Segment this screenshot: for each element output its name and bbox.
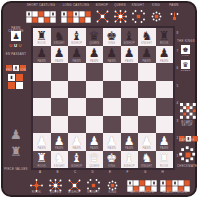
square-d4[interactable] xyxy=(86,98,104,116)
square-b5[interactable] xyxy=(51,81,69,99)
piece-black-pawn: ♟ xyxy=(141,47,152,59)
square-g7[interactable]: ♟Pawn xyxy=(138,46,156,64)
square-d3[interactable] xyxy=(86,116,104,134)
piece-white-pawn: ♟ xyxy=(106,135,117,147)
rank-label: 8 xyxy=(177,32,179,35)
piece-black-pawn: ♟ xyxy=(36,47,47,59)
pawn-capture-arrows: ∪∪∪ xyxy=(5,42,27,48)
square-g4[interactable] xyxy=(138,98,156,116)
piece-white-king: ♚ xyxy=(106,152,117,164)
square-a1[interactable]: ♜Rook xyxy=(33,151,51,169)
piece-white-rook: ♜ xyxy=(159,152,170,164)
square-b2[interactable]: ♟Pawn xyxy=(51,133,69,151)
square-h8[interactable]: ♜Rook xyxy=(156,28,174,46)
square-h1[interactable]: ♜Rook xyxy=(156,151,174,169)
right-panel-label-3: Checkmate xyxy=(177,165,197,168)
knight-move-diagram xyxy=(132,9,145,27)
square-a3[interactable] xyxy=(33,116,51,134)
right-panel-label-0: The kings xyxy=(177,40,195,43)
board-frame: ♜Rook♞Knight♝Bishop♛Queen♚King♝Bishop♞Kn… xyxy=(31,26,175,170)
move-label: King xyxy=(103,191,122,194)
square-d5[interactable] xyxy=(86,81,104,99)
file-label: E xyxy=(109,171,111,174)
piece-white-knight: ♞ xyxy=(54,152,65,164)
pawn-capture-square: ♟ xyxy=(11,31,21,41)
square-f7[interactable]: ♟Pawn xyxy=(121,46,139,64)
white-rook-ghost-icon: ♜ xyxy=(10,145,22,158)
piece-black-knight: ♞ xyxy=(141,30,152,42)
rank-label: 4 xyxy=(177,102,179,105)
square-h7[interactable]: ♟Pawn xyxy=(156,46,174,64)
square-b4[interactable] xyxy=(51,98,69,116)
x-move-diagram xyxy=(96,9,109,27)
square-h5[interactable] xyxy=(156,81,174,99)
piece-caption: King xyxy=(103,165,121,168)
setup-label: White pieces xyxy=(127,191,157,194)
piece-caption: Bishop xyxy=(68,165,86,168)
square-e1[interactable]: ♚King xyxy=(103,151,121,169)
square-d2[interactable]: ♟Pawn xyxy=(86,133,104,151)
square-g6[interactable] xyxy=(138,63,156,81)
piece-black-queen: ♛ xyxy=(89,30,100,42)
piece-black-pawn: ♟ xyxy=(71,47,82,59)
move-label: Rook xyxy=(27,191,46,194)
square-g5[interactable] xyxy=(138,81,156,99)
square-h3[interactable] xyxy=(156,116,174,134)
piece-caption: Knight xyxy=(138,165,156,168)
square-a7[interactable]: ♟Pawn xyxy=(33,46,51,64)
square-b6[interactable] xyxy=(51,63,69,81)
piece-black-pawn: ♟ xyxy=(54,47,65,59)
square-b8[interactable]: ♞Knight xyxy=(51,28,69,46)
square-c3[interactable] xyxy=(68,116,86,134)
square-a5[interactable] xyxy=(33,81,51,99)
square-f4[interactable] xyxy=(121,98,139,116)
move-label: Queen xyxy=(111,4,129,7)
square-a6[interactable] xyxy=(33,63,51,81)
square-b7[interactable]: ♟Pawn xyxy=(51,46,69,64)
square-g8[interactable]: ♞Knight xyxy=(138,28,156,46)
white-pawn-ghost-icon: ♟ xyxy=(10,128,22,141)
square-h4[interactable] xyxy=(156,98,174,116)
square-e5[interactable] xyxy=(103,81,121,99)
star8-move-diagram xyxy=(114,9,127,27)
piece-black-knight: ♞ xyxy=(54,30,65,42)
square-a8[interactable]: ♜Rook xyxy=(33,28,51,46)
piece-white-pawn: ♟ xyxy=(124,135,135,147)
square-f5[interactable] xyxy=(121,81,139,99)
square-f2[interactable]: ♟Pawn xyxy=(121,133,139,151)
move-label: King xyxy=(147,4,165,7)
file-label: F xyxy=(127,171,129,174)
piece-caption: Knight xyxy=(51,165,69,168)
piece-white-bishop: ♝ xyxy=(124,152,135,164)
rank-label: 6 xyxy=(177,67,179,70)
board: ♜Rook♞Knight♝Bishop♛Queen♚King♝Bishop♞Kn… xyxy=(33,28,173,168)
square-d7[interactable]: ♟Pawn xyxy=(86,46,104,64)
setup-label: Black pieces xyxy=(160,191,190,194)
square-b3[interactable] xyxy=(51,116,69,134)
square-e6[interactable] xyxy=(103,63,121,81)
square-d6[interactable] xyxy=(86,63,104,81)
square-e7[interactable]: ♟Pawn xyxy=(103,46,121,64)
file-label: C xyxy=(74,171,76,174)
square-c2[interactable]: ♟Pawn xyxy=(68,133,86,151)
rank-label: 5 xyxy=(177,85,179,88)
square-f6[interactable] xyxy=(121,63,139,81)
right-panel-label-2: Capture xyxy=(177,139,197,142)
kings-caption-1: Queen xyxy=(178,70,193,73)
square-c4[interactable] xyxy=(68,98,86,116)
rank-label: 1 xyxy=(177,155,179,158)
piece-white-pawn: ♟ xyxy=(54,135,65,147)
piece-black-bishop: ♝ xyxy=(124,30,135,42)
piece-caption: Queen xyxy=(86,165,104,168)
kings-square-0: ♚ xyxy=(181,45,190,54)
chess-poster: ♜Rook♞Knight♝Bishop♛Queen♚King♝Bishop♞Kn… xyxy=(0,0,200,200)
square-c7[interactable]: ♟Pawn xyxy=(68,46,86,64)
square-c5[interactable] xyxy=(68,81,86,99)
piece-black-pawn: ♟ xyxy=(89,47,100,59)
square-f8[interactable]: ♝Bishop xyxy=(121,28,139,46)
square-h2[interactable]: ♟Pawn xyxy=(156,133,174,151)
file-label: D xyxy=(92,171,94,174)
piece-caption: Rook xyxy=(33,165,51,168)
square-a4[interactable] xyxy=(33,98,51,116)
rank-label: 2 xyxy=(177,137,179,140)
piece-white-knight: ♞ xyxy=(141,152,152,164)
square-e2[interactable]: ♟Pawn xyxy=(103,133,121,151)
castling-label: Short castling xyxy=(26,4,56,7)
piece-black-pawn: ♟ xyxy=(124,47,135,59)
piece-white-bishop: ♝ xyxy=(71,152,82,164)
move-label: Bishop xyxy=(93,4,111,7)
piece-black-bishop: ♝ xyxy=(71,30,82,42)
file-label: B xyxy=(57,171,59,174)
promotion-diagram xyxy=(8,74,23,93)
piece-black-king: ♚ xyxy=(106,30,117,42)
piece-white-pawn: ♟ xyxy=(36,135,47,147)
square-g3[interactable] xyxy=(138,116,156,134)
square-h6[interactable] xyxy=(156,63,174,81)
piece-white-pawn: ♟ xyxy=(159,135,170,147)
move-label: Queen xyxy=(46,191,65,194)
square-f3[interactable] xyxy=(121,116,139,134)
piece-white-pawn: ♟ xyxy=(89,135,100,147)
square-c1[interactable]: ♝Bishop xyxy=(68,151,86,169)
file-label: H xyxy=(162,171,164,174)
square-d1[interactable]: ♛Queen xyxy=(86,151,104,169)
square-e4[interactable] xyxy=(103,98,121,116)
piece-white-pawn: ♟ xyxy=(141,135,152,147)
piece-white-pawn: ♟ xyxy=(71,135,82,147)
square-a2[interactable]: ♟Pawn xyxy=(33,133,51,151)
piece-black-rook: ♜ xyxy=(36,30,47,42)
castling-diagram xyxy=(26,9,56,27)
left-panel-label-2: Promotion xyxy=(4,69,28,72)
piece-black-pawn: ♟ xyxy=(159,47,170,59)
square-c8[interactable]: ♝Bishop xyxy=(68,28,86,46)
piece-white-queen: ♛ xyxy=(89,152,100,164)
square-e3[interactable] xyxy=(103,116,121,134)
move-label: Pawn xyxy=(165,4,183,7)
pawn-move-diagram xyxy=(168,9,181,27)
piece-caption: Bishop xyxy=(121,165,139,168)
square-e8[interactable]: ♚King xyxy=(103,28,121,46)
square-b1[interactable]: ♞Knight xyxy=(51,151,69,169)
square-g1[interactable]: ♞Knight xyxy=(138,151,156,169)
kings-caption-0: King xyxy=(178,55,193,58)
move-label: Knight xyxy=(84,191,103,194)
square-d8[interactable]: ♛Queen xyxy=(86,28,104,46)
rank-label: 3 xyxy=(177,120,179,123)
rank-label: 7 xyxy=(177,50,179,53)
square-c6[interactable] xyxy=(68,63,86,81)
left-panel-label-1: En passant xyxy=(4,53,28,56)
file-label: G xyxy=(144,171,146,174)
right-panel-label-1: Board setup xyxy=(177,121,197,127)
kings-square-1: ♛ xyxy=(181,60,190,69)
square-f1[interactable]: ♝Bishop xyxy=(121,151,139,169)
piece-black-pawn: ♟ xyxy=(106,47,117,59)
move-label: Knight xyxy=(129,4,147,7)
castling-diagram xyxy=(61,9,91,27)
piece-black-rook: ♜ xyxy=(159,30,170,42)
piece-white-rook: ♜ xyxy=(36,152,47,164)
file-label: A xyxy=(39,171,41,174)
square-g2[interactable]: ♟Pawn xyxy=(138,133,156,151)
move-label: Bishop xyxy=(65,191,84,194)
castling-label: Long castling xyxy=(61,4,91,7)
left-panel-label-3: Piece values xyxy=(4,168,28,171)
piece-caption: Rook xyxy=(156,165,174,168)
king-move-diagram xyxy=(150,9,163,27)
